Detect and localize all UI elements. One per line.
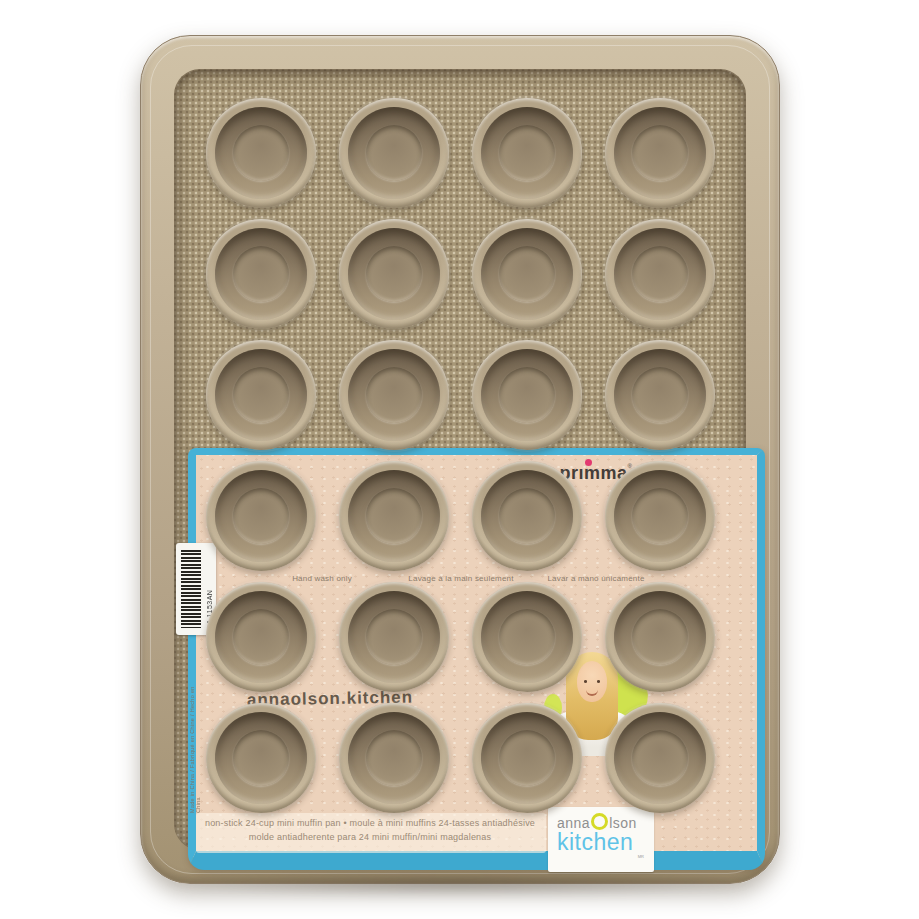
muffin-cup-r1-c2 <box>339 98 449 208</box>
logo-line-2: kitchen <box>557 830 654 854</box>
muffin-cup-r4-c2 <box>339 461 449 571</box>
muffin-cup-r2-c4 <box>605 219 715 329</box>
muffin-cup-r4-c1 <box>206 461 316 571</box>
muffin-cup-r5-c2 <box>339 582 449 692</box>
muffin-cup-r6-c3 <box>472 703 582 813</box>
muffin-cup-r2-c1 <box>206 219 316 329</box>
muffin-cup-r2-c3 <box>472 219 582 329</box>
muffin-cup-r6-c2 <box>339 703 449 813</box>
muffin-cup-r4-c4 <box>605 461 715 571</box>
muffin-cup-r1-c3 <box>472 98 582 208</box>
muffin-cup-r3-c4 <box>605 340 715 450</box>
pan-drop-shadow <box>158 873 762 897</box>
muffin-cup-r3-c2 <box>339 340 449 450</box>
muffin-cup-r1-c4 <box>605 98 715 208</box>
muffin-cup-r1-c1 <box>206 98 316 208</box>
muffin-cup-r3-c3 <box>472 340 582 450</box>
muffin-cup-r5-c1 <box>206 582 316 692</box>
muffin-cup-r3-c1 <box>206 340 316 450</box>
description-line-2: molde antiadherente para 24 mini muffin/… <box>249 832 491 842</box>
muffin-cup-r5-c4 <box>605 582 715 692</box>
cup-grid <box>194 92 726 818</box>
muffin-cup-r6-c4 <box>605 703 715 813</box>
product-photo: prımma® go Hand wash only Lavage à la ma… <box>0 0 919 919</box>
description-line-1: non-stick 24-cup mini muffin pan • moule… <box>205 818 535 828</box>
muffin-cup-r5-c3 <box>472 582 582 692</box>
muffin-cup-r4-c3 <box>472 461 582 571</box>
muffin-cup-r6-c1 <box>206 703 316 813</box>
muffin-cup-r2-c2 <box>339 219 449 329</box>
